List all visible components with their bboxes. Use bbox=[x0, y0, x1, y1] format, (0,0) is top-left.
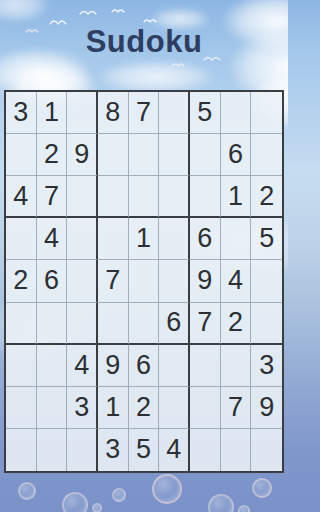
cell-r2c2[interactable]: 2 bbox=[37, 134, 68, 176]
cell-r8c8[interactable]: 7 bbox=[221, 387, 252, 429]
cell-r6c5[interactable] bbox=[129, 303, 160, 345]
cell-r4c5[interactable]: 1 bbox=[129, 218, 160, 260]
cell-r9c1[interactable] bbox=[6, 429, 37, 471]
cell-r9c4[interactable]: 3 bbox=[98, 429, 129, 471]
cell-r6c7[interactable]: 7 bbox=[190, 303, 221, 345]
bubble bbox=[252, 478, 272, 498]
cell-r5c9[interactable] bbox=[251, 260, 282, 302]
bubble bbox=[92, 503, 102, 512]
cell-r3c4[interactable] bbox=[98, 176, 129, 218]
cell-r1c1[interactable]: 3 bbox=[6, 92, 37, 134]
cell-r6c2[interactable] bbox=[37, 303, 68, 345]
cell-r3c9[interactable]: 2 bbox=[251, 176, 282, 218]
cell-r2c1[interactable] bbox=[6, 134, 37, 176]
cell-r9c2[interactable] bbox=[37, 429, 68, 471]
cell-r8c5[interactable]: 2 bbox=[129, 387, 160, 429]
cell-r3c3[interactable] bbox=[67, 176, 98, 218]
bubble bbox=[238, 505, 250, 512]
cell-r1c7[interactable]: 5 bbox=[190, 92, 221, 134]
cell-r7c5[interactable]: 6 bbox=[129, 345, 160, 387]
cell-r8c9[interactable]: 9 bbox=[251, 387, 282, 429]
cell-r4c1[interactable] bbox=[6, 218, 37, 260]
cell-r9c3[interactable] bbox=[67, 429, 98, 471]
cell-r6c4[interactable] bbox=[98, 303, 129, 345]
cell-r2c5[interactable] bbox=[129, 134, 160, 176]
cell-r1c5[interactable]: 7 bbox=[129, 92, 160, 134]
cloud bbox=[0, 0, 50, 22]
bubble bbox=[152, 474, 182, 504]
cell-r8c7[interactable] bbox=[190, 387, 221, 429]
cell-r7c9[interactable]: 3 bbox=[251, 345, 282, 387]
cell-r4c6[interactable] bbox=[159, 218, 190, 260]
cell-r8c4[interactable]: 1 bbox=[98, 387, 129, 429]
cell-r7c4[interactable]: 9 bbox=[98, 345, 129, 387]
cell-r2c9[interactable] bbox=[251, 134, 282, 176]
cell-r5c4[interactable]: 7 bbox=[98, 260, 129, 302]
cell-r5c5[interactable] bbox=[129, 260, 160, 302]
cell-r4c7[interactable]: 6 bbox=[190, 218, 221, 260]
cell-r8c6[interactable] bbox=[159, 387, 190, 429]
cell-r5c8[interactable]: 4 bbox=[221, 260, 252, 302]
cell-r9c8[interactable] bbox=[221, 429, 252, 471]
cell-r8c1[interactable] bbox=[6, 387, 37, 429]
cell-r4c4[interactable] bbox=[98, 218, 129, 260]
cell-r6c8[interactable]: 2 bbox=[221, 303, 252, 345]
cell-r1c8[interactable] bbox=[221, 92, 252, 134]
cell-r4c3[interactable] bbox=[67, 218, 98, 260]
cell-r7c8[interactable] bbox=[221, 345, 252, 387]
cell-r6c9[interactable] bbox=[251, 303, 282, 345]
bubble bbox=[62, 492, 88, 512]
cell-r1c3[interactable] bbox=[67, 92, 98, 134]
cell-r8c2[interactable] bbox=[37, 387, 68, 429]
page-title: Sudoku bbox=[0, 24, 288, 60]
cell-r2c6[interactable] bbox=[159, 134, 190, 176]
sudoku-board: 318752964712416526794672496331279354 bbox=[4, 90, 284, 473]
cell-r2c3[interactable]: 9 bbox=[67, 134, 98, 176]
cell-r7c6[interactable] bbox=[159, 345, 190, 387]
cell-r3c6[interactable] bbox=[159, 176, 190, 218]
cell-r3c7[interactable] bbox=[190, 176, 221, 218]
bubble bbox=[18, 482, 36, 500]
cell-r3c8[interactable]: 1 bbox=[221, 176, 252, 218]
cell-r6c6[interactable]: 6 bbox=[159, 303, 190, 345]
app-screen: { "game": "sudoku", "position": "31.87.5… bbox=[0, 0, 288, 512]
cell-r1c2[interactable]: 1 bbox=[37, 92, 68, 134]
cell-r9c5[interactable]: 5 bbox=[129, 429, 160, 471]
cell-r7c1[interactable] bbox=[6, 345, 37, 387]
cell-r5c3[interactable] bbox=[67, 260, 98, 302]
cell-r5c6[interactable] bbox=[159, 260, 190, 302]
cell-r6c3[interactable] bbox=[67, 303, 98, 345]
bubble bbox=[208, 494, 234, 512]
cell-r1c9[interactable] bbox=[251, 92, 282, 134]
cell-r7c2[interactable] bbox=[37, 345, 68, 387]
cell-r4c2[interactable]: 4 bbox=[37, 218, 68, 260]
cell-r2c4[interactable] bbox=[98, 134, 129, 176]
cell-r4c9[interactable]: 5 bbox=[251, 218, 282, 260]
cell-r4c8[interactable] bbox=[221, 218, 252, 260]
cell-r5c2[interactable]: 6 bbox=[37, 260, 68, 302]
cell-r1c6[interactable] bbox=[159, 92, 190, 134]
cell-r9c9[interactable] bbox=[251, 429, 282, 471]
cell-r7c3[interactable]: 4 bbox=[67, 345, 98, 387]
cell-r3c1[interactable]: 4 bbox=[6, 176, 37, 218]
cloud bbox=[96, 60, 216, 94]
cell-r8c3[interactable]: 3 bbox=[67, 387, 98, 429]
cell-r5c7[interactable]: 9 bbox=[190, 260, 221, 302]
bubble bbox=[112, 488, 126, 502]
cell-r9c7[interactable] bbox=[190, 429, 221, 471]
cell-r1c4[interactable]: 8 bbox=[98, 92, 129, 134]
cell-r3c2[interactable]: 7 bbox=[37, 176, 68, 218]
cell-r2c7[interactable] bbox=[190, 134, 221, 176]
cell-r7c7[interactable] bbox=[190, 345, 221, 387]
cell-r3c5[interactable] bbox=[129, 176, 160, 218]
cell-r2c8[interactable]: 6 bbox=[221, 134, 252, 176]
cell-r9c6[interactable]: 4 bbox=[159, 429, 190, 471]
cell-r6c1[interactable] bbox=[6, 303, 37, 345]
cell-r5c1[interactable]: 2 bbox=[6, 260, 37, 302]
